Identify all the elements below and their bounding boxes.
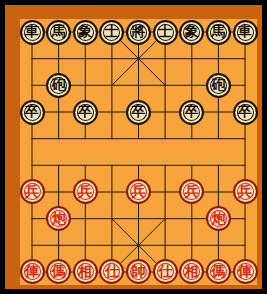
occupied-intersection: 士	[99, 19, 126, 46]
empty-intersection[interactable]	[125, 232, 152, 259]
occupied-intersection: 砲	[205, 72, 232, 99]
empty-intersection[interactable]	[45, 179, 72, 206]
empty-intersection[interactable]	[99, 72, 126, 99]
empty-intersection[interactable]	[72, 152, 99, 179]
empty-intersection[interactable]	[232, 125, 259, 152]
empty-intersection[interactable]	[205, 45, 232, 72]
occupied-intersection: 兵	[125, 179, 152, 206]
occupied-intersection: 帥	[125, 259, 152, 286]
empty-intersection[interactable]	[205, 152, 232, 179]
black-piece-馬[interactable]: 馬	[206, 20, 231, 45]
occupied-intersection: 炮	[45, 205, 72, 232]
empty-intersection[interactable]	[125, 125, 152, 152]
empty-intersection[interactable]	[45, 232, 72, 259]
empty-intersection[interactable]	[125, 72, 152, 99]
occupied-intersection: 相	[178, 259, 205, 286]
red-piece-仕[interactable]: 仕	[99, 259, 124, 284]
red-piece-傌[interactable]: 傌	[206, 259, 231, 284]
occupied-intersection: 傌	[45, 259, 72, 286]
red-piece-仕[interactable]: 仕	[153, 259, 178, 284]
pieces-layer: 車馬象士將士象馬車砲砲卒卒卒卒卒兵兵兵兵兵炮炮俥傌相仕帥仕相傌俥	[19, 19, 259, 286]
black-piece-將[interactable]: 將	[126, 20, 151, 45]
occupied-intersection: 士	[152, 19, 179, 46]
black-piece-車[interactable]: 車	[233, 20, 258, 45]
empty-intersection[interactable]	[72, 205, 99, 232]
occupied-intersection: 俥	[232, 259, 259, 286]
red-piece-帥[interactable]: 帥	[126, 259, 151, 284]
empty-intersection[interactable]	[99, 45, 126, 72]
occupied-intersection: 馬	[45, 19, 72, 46]
empty-intersection[interactable]	[152, 232, 179, 259]
black-piece-車[interactable]: 車	[20, 20, 45, 45]
empty-intersection[interactable]	[125, 205, 152, 232]
black-piece-卒[interactable]: 卒	[73, 100, 98, 125]
occupied-intersection: 炮	[205, 205, 232, 232]
empty-intersection[interactable]	[99, 205, 126, 232]
red-piece-兵[interactable]: 兵	[20, 179, 45, 204]
occupied-intersection: 兵	[232, 179, 259, 206]
empty-intersection[interactable]	[178, 125, 205, 152]
empty-intersection[interactable]	[125, 45, 152, 72]
occupied-intersection: 卒	[72, 99, 99, 126]
empty-intersection[interactable]	[19, 152, 46, 179]
occupied-intersection: 砲	[45, 72, 72, 99]
empty-intersection[interactable]	[45, 152, 72, 179]
empty-intersection[interactable]	[178, 205, 205, 232]
empty-intersection[interactable]	[232, 232, 259, 259]
empty-intersection[interactable]	[152, 125, 179, 152]
empty-intersection[interactable]	[99, 125, 126, 152]
black-piece-卒[interactable]: 卒	[179, 100, 204, 125]
occupied-intersection: 馬	[205, 19, 232, 46]
empty-intersection[interactable]	[99, 179, 126, 206]
occupied-intersection: 象	[72, 19, 99, 46]
empty-intersection[interactable]	[152, 152, 179, 179]
empty-intersection[interactable]	[178, 72, 205, 99]
occupied-intersection: 兵	[72, 179, 99, 206]
red-piece-兵[interactable]: 兵	[126, 179, 151, 204]
empty-intersection[interactable]	[99, 232, 126, 259]
occupied-intersection: 象	[178, 19, 205, 46]
empty-intersection[interactable]	[178, 152, 205, 179]
black-piece-卒[interactable]: 卒	[20, 100, 45, 125]
black-piece-馬[interactable]: 馬	[46, 20, 71, 45]
empty-intersection[interactable]	[19, 232, 46, 259]
occupied-intersection: 俥	[19, 259, 46, 286]
empty-intersection[interactable]	[232, 205, 259, 232]
empty-intersection[interactable]	[152, 205, 179, 232]
empty-intersection[interactable]	[232, 152, 259, 179]
occupied-intersection: 相	[72, 259, 99, 286]
black-piece-象[interactable]: 象	[73, 20, 98, 45]
occupied-intersection: 車	[19, 19, 46, 46]
red-piece-俥[interactable]: 俥	[20, 259, 45, 284]
empty-intersection[interactable]	[45, 125, 72, 152]
red-piece-兵[interactable]: 兵	[179, 179, 204, 204]
occupied-intersection: 車	[232, 19, 259, 46]
occupied-intersection: 兵	[178, 179, 205, 206]
board-frame: 車馬象士將士象馬車砲砲卒卒卒卒卒兵兵兵兵兵炮炮俥傌相仕帥仕相傌俥	[5, 5, 262, 289]
empty-intersection[interactable]	[72, 125, 99, 152]
empty-intersection[interactable]	[125, 152, 152, 179]
black-piece-砲[interactable]: 砲	[46, 73, 71, 98]
red-piece-俥[interactable]: 俥	[233, 259, 258, 284]
occupied-intersection: 將	[125, 19, 152, 46]
black-piece-卒[interactable]: 卒	[233, 100, 258, 125]
red-piece-傌[interactable]: 傌	[46, 259, 71, 284]
black-piece-士[interactable]: 士	[153, 20, 178, 45]
black-piece-砲[interactable]: 砲	[206, 73, 231, 98]
occupied-intersection: 卒	[125, 99, 152, 126]
empty-intersection[interactable]	[178, 232, 205, 259]
empty-intersection[interactable]	[205, 125, 232, 152]
empty-intersection[interactable]	[19, 205, 46, 232]
empty-intersection[interactable]	[72, 232, 99, 259]
empty-intersection[interactable]	[152, 45, 179, 72]
empty-intersection[interactable]	[232, 45, 259, 72]
empty-intersection[interactable]	[72, 45, 99, 72]
red-piece-兵[interactable]: 兵	[233, 179, 258, 204]
red-piece-相[interactable]: 相	[73, 259, 98, 284]
empty-intersection[interactable]	[205, 179, 232, 206]
empty-intersection[interactable]	[205, 232, 232, 259]
empty-intersection[interactable]	[19, 45, 46, 72]
empty-intersection[interactable]	[45, 99, 72, 126]
empty-intersection[interactable]	[99, 152, 126, 179]
red-piece-兵[interactable]: 兵	[73, 179, 98, 204]
occupied-intersection: 卒	[19, 99, 46, 126]
occupied-intersection: 仕	[152, 259, 179, 286]
empty-intersection[interactable]	[232, 72, 259, 99]
empty-intersection[interactable]	[99, 99, 126, 126]
black-piece-象[interactable]: 象	[179, 20, 204, 45]
occupied-intersection: 傌	[205, 259, 232, 286]
empty-intersection[interactable]	[45, 45, 72, 72]
occupied-intersection: 仕	[99, 259, 126, 286]
occupied-intersection: 兵	[19, 179, 46, 206]
red-piece-炮[interactable]: 炮	[206, 206, 231, 231]
empty-intersection[interactable]	[178, 45, 205, 72]
empty-intersection[interactable]	[72, 72, 99, 99]
black-piece-卒[interactable]: 卒	[126, 100, 151, 125]
empty-intersection[interactable]	[19, 125, 46, 152]
empty-intersection[interactable]	[19, 72, 46, 99]
empty-intersection[interactable]	[152, 72, 179, 99]
empty-intersection[interactable]	[152, 179, 179, 206]
red-piece-炮[interactable]: 炮	[46, 206, 71, 231]
black-piece-士[interactable]: 士	[99, 20, 124, 45]
empty-intersection[interactable]	[152, 99, 179, 126]
xiangqi-board[interactable]: 車馬象士將士象馬車砲砲卒卒卒卒卒兵兵兵兵兵炮炮俥傌相仕帥仕相傌俥	[20, 19, 257, 285]
red-piece-相[interactable]: 相	[179, 259, 204, 284]
empty-intersection[interactable]	[205, 99, 232, 126]
occupied-intersection: 卒	[232, 99, 259, 126]
occupied-intersection: 卒	[178, 99, 205, 126]
